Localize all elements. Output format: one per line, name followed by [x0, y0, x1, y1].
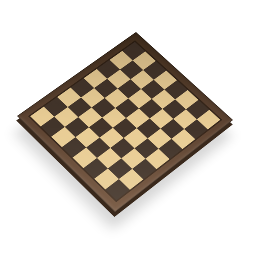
chess-board: [17, 32, 233, 212]
board-grid: [30, 42, 220, 200]
photo-canvas: [0, 0, 255, 255]
board-frame: [17, 32, 233, 212]
